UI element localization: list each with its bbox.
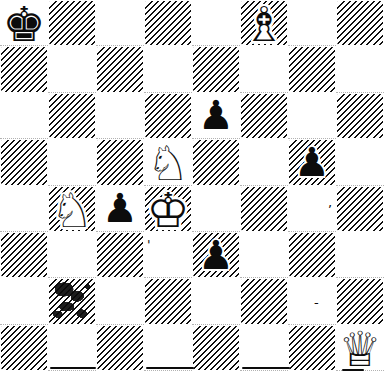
white-king-glyph: ♔: [146, 186, 189, 234]
square-g1[interactable]: [288, 325, 336, 371]
black-pawn-glyph: ♟: [198, 235, 234, 275]
square-d5[interactable]: ♞♘: [144, 139, 192, 185]
square-h2[interactable]: [336, 278, 384, 324]
square-b5[interactable]: [48, 139, 96, 185]
square-g4[interactable]: [288, 186, 336, 232]
square-h7[interactable]: [336, 46, 384, 92]
square-b2[interactable]: [48, 278, 96, 324]
square-a7[interactable]: [0, 46, 48, 92]
ink-smudge: [50, 280, 94, 322]
square-b6[interactable]: [48, 93, 96, 139]
square-b8[interactable]: [48, 0, 96, 46]
square-d4[interactable]: ♚♔: [144, 186, 192, 232]
square-a6[interactable]: [0, 93, 48, 139]
square-e2[interactable]: [192, 278, 240, 324]
square-a8[interactable]: ♚: [0, 0, 48, 46]
piece-black-pawn[interactable]: ♟: [96, 186, 144, 231]
black-king-glyph: ♚: [2, 0, 45, 48]
square-b3[interactable]: [48, 232, 96, 278]
piece-white-queen[interactable]: ♛♕: [336, 325, 384, 370]
square-f7[interactable]: [240, 46, 288, 92]
square-f3[interactable]: [240, 232, 288, 278]
piece-black-pawn[interactable]: ♟: [192, 232, 240, 278]
chess-diagram: ♚♝♗♟♞♘♟♞♘♟♚♔♟♛♕ ,'-: [0, 0, 384, 371]
square-d2[interactable]: [144, 278, 192, 324]
square-e1[interactable]: [192, 325, 240, 371]
square-c1[interactable]: [96, 325, 144, 371]
square-a3[interactable]: [0, 232, 48, 278]
piece-black-king[interactable]: ♚: [0, 0, 48, 45]
square-c3[interactable]: [96, 232, 144, 278]
square-g6[interactable]: [288, 93, 336, 139]
square-f1[interactable]: [240, 325, 288, 371]
black-pawn-glyph: ♟: [294, 142, 330, 182]
square-f2[interactable]: [240, 278, 288, 324]
square-e7[interactable]: [192, 46, 240, 92]
square-f8[interactable]: ♝♗: [240, 0, 288, 46]
square-c2[interactable]: [96, 278, 144, 324]
square-a2[interactable]: [0, 278, 48, 324]
square-a1[interactable]: [0, 325, 48, 371]
square-f4[interactable]: [240, 186, 288, 232]
square-d7[interactable]: [144, 46, 192, 92]
square-c5[interactable]: [96, 139, 144, 185]
square-a5[interactable]: [0, 139, 48, 185]
square-h5[interactable]: [336, 139, 384, 185]
piece-black-pawn[interactable]: ♟: [192, 93, 240, 138]
square-e5[interactable]: [192, 139, 240, 185]
piece-white-knight[interactable]: ♞♘: [48, 186, 96, 232]
square-c6[interactable]: [96, 93, 144, 139]
square-e6[interactable]: ♟: [192, 93, 240, 139]
square-e8[interactable]: [192, 0, 240, 46]
square-d3[interactable]: [144, 232, 192, 278]
piece-black-pawn[interactable]: ♟: [288, 139, 336, 185]
piece-white-knight[interactable]: ♞♘: [144, 139, 192, 184]
square-h1[interactable]: ♛♕: [336, 325, 384, 371]
square-g5[interactable]: ♟: [288, 139, 336, 185]
black-pawn-glyph: ♟: [198, 95, 234, 135]
square-g7[interactable]: [288, 46, 336, 92]
square-c7[interactable]: [96, 46, 144, 92]
square-c4[interactable]: ♟: [96, 186, 144, 232]
square-e3[interactable]: ♟: [192, 232, 240, 278]
square-g3[interactable]: [288, 232, 336, 278]
square-f6[interactable]: [240, 93, 288, 139]
square-b7[interactable]: [48, 46, 96, 92]
chess-board: ♚♝♗♟♞♘♟♞♘♟♚♔♟♛♕: [0, 0, 384, 371]
square-h6[interactable]: [336, 93, 384, 139]
square-h3[interactable]: [336, 232, 384, 278]
square-a4[interactable]: [0, 186, 48, 232]
square-d8[interactable]: [144, 0, 192, 46]
piece-white-king[interactable]: ♚♔: [144, 186, 192, 232]
square-g8[interactable]: [288, 0, 336, 46]
square-d6[interactable]: [144, 93, 192, 139]
square-b1[interactable]: [48, 325, 96, 371]
square-h4[interactable]: [336, 186, 384, 232]
white-knight-glyph: ♘: [50, 186, 93, 234]
square-e4[interactable]: [192, 186, 240, 232]
square-d1[interactable]: [144, 325, 192, 371]
piece-white-bishop[interactable]: ♝♗: [240, 0, 288, 46]
square-c8[interactable]: [96, 0, 144, 46]
black-pawn-glyph: ♟: [102, 188, 138, 228]
square-f5[interactable]: [240, 139, 288, 185]
square-b4[interactable]: ♞♘: [48, 186, 96, 232]
square-g2[interactable]: [288, 278, 336, 324]
square-h8[interactable]: [336, 0, 384, 46]
white-queen-glyph: ♕: [338, 325, 381, 371]
white-knight-glyph: ♘: [146, 139, 189, 187]
white-bishop-glyph: ♗: [242, 0, 285, 48]
